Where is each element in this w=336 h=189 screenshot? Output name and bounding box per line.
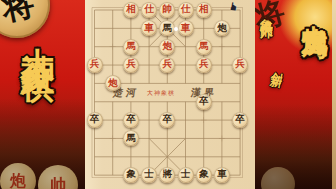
left-title: 大神象棋 <box>14 20 60 48</box>
piece-red-馬[interactable]: 馬 <box>196 39 212 55</box>
piece-character: 炮 <box>163 42 173 52</box>
piece-black-士[interactable]: 士 <box>178 167 194 183</box>
piece-character: 馬 <box>126 42 136 52</box>
piece-character: 馬 <box>126 134 136 144</box>
piece-character: 兵 <box>235 60 245 70</box>
decor-piece-general: 帅 <box>38 165 78 189</box>
piece-character: 象 <box>126 170 136 180</box>
piece-black-車[interactable]: 車 <box>214 167 230 183</box>
piece-character: 相 <box>126 5 136 15</box>
left-panel: 将 大神象棋 炮 帅 <box>0 0 85 189</box>
piece-red-兵[interactable]: 兵 <box>87 57 103 73</box>
piece-character: 士 <box>144 170 154 180</box>
piece-character: 卒 <box>126 115 136 125</box>
piece-red-車[interactable]: 車 <box>178 20 194 36</box>
piece-character: 車 <box>217 170 227 180</box>
piece-black-卒[interactable]: 卒 <box>87 112 103 128</box>
piece-black-象[interactable]: 象 <box>123 167 139 183</box>
piece-character: 兵 <box>163 60 173 70</box>
piece-character: 馬 <box>163 24 173 34</box>
piece-character: 帥 <box>163 5 173 15</box>
piece-character: 車 <box>181 24 191 34</box>
decor-piece-cannon: 炮 <box>0 163 36 189</box>
piece-character: 卒 <box>163 115 173 125</box>
piece-red-馬[interactable]: 馬 <box>123 39 139 55</box>
piece-character: 兵 <box>126 60 136 70</box>
piece-character: 士 <box>181 170 191 180</box>
piece-red-炮[interactable]: 炮 <box>105 75 121 91</box>
highlight-dot <box>174 27 178 31</box>
right-title: 中炮对屏风马 <box>297 5 332 17</box>
piece-black-象[interactable]: 象 <box>196 167 212 183</box>
hand-cursor-icon: ☛ <box>227 1 242 13</box>
xiangqi-board: 楚河 大神象棋 漢界 相仕帥仕相車馬車炮馬炮馬兵兵兵兵兵炮卒卒卒卒卒馬象士將士象… <box>85 0 255 189</box>
thumbnail: 将 大神象棋 炮 帅 楚河 大神象棋 漢界 相仕帥仕相車馬車炮馬炮馬兵兵兵兵兵炮… <box>0 0 336 189</box>
piece-character: 卒 <box>90 115 100 125</box>
piece-character: 卒 <box>235 115 245 125</box>
piece-red-仕[interactable]: 仕 <box>141 2 157 18</box>
piece-character: 仕 <box>181 5 191 15</box>
piece-red-相[interactable]: 相 <box>196 2 212 18</box>
subtitle-innovation: 创新 <box>270 62 287 69</box>
piece-character: 相 <box>199 5 209 15</box>
piece-character: 仕 <box>144 5 154 15</box>
right-edge-strip <box>332 0 336 189</box>
piece-character: 車 <box>144 24 154 34</box>
piece-black-卒[interactable]: 卒 <box>196 94 212 110</box>
piece-red-仕[interactable]: 仕 <box>178 2 194 18</box>
piece-character: 卒 <box>199 97 209 107</box>
board-watermark: 大神象棋 <box>147 89 175 98</box>
piece-character: 兵 <box>199 60 209 70</box>
piece-red-相[interactable]: 相 <box>123 2 139 18</box>
right-panel: 将 象棋大师 创新 中炮对屏风马 <box>255 0 336 189</box>
decor-piece-right <box>261 167 295 189</box>
piece-character: 兵 <box>90 60 100 70</box>
subtitle-master: 象棋大师 <box>257 7 275 19</box>
piece-red-兵[interactable]: 兵 <box>196 57 212 73</box>
piece-red-兵[interactable]: 兵 <box>123 57 139 73</box>
piece-character: 馬 <box>199 42 209 52</box>
piece-red-炮[interactable]: 炮 <box>159 39 175 55</box>
piece-black-卒[interactable]: 卒 <box>123 112 139 128</box>
piece-character: 炮 <box>217 24 227 34</box>
piece-character: 炮 <box>108 79 118 89</box>
piece-character: 象 <box>199 170 209 180</box>
piece-character: 將 <box>163 170 173 180</box>
